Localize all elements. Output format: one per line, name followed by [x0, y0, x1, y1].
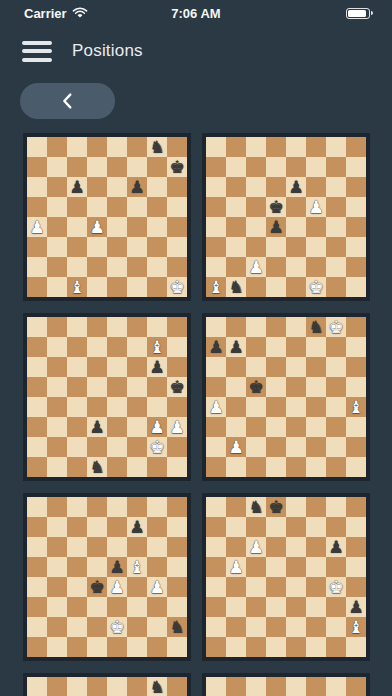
square: [306, 637, 326, 657]
square: [266, 417, 286, 437]
square: [87, 437, 107, 457]
square: [246, 137, 266, 157]
square: [246, 437, 266, 457]
square: [127, 157, 147, 177]
square: [167, 357, 187, 377]
square: [246, 617, 266, 637]
square: [266, 437, 286, 457]
square: [346, 357, 366, 377]
chess-board: ♞♚♟♟♟♚♟♝: [206, 497, 366, 657]
square: [27, 457, 47, 477]
square: [226, 257, 246, 277]
square: ♟: [127, 517, 147, 537]
square: [67, 677, 87, 696]
clock: 7:06 AM: [0, 6, 392, 21]
square: [246, 277, 266, 297]
square: [246, 577, 266, 597]
square: [47, 457, 67, 477]
square: [27, 577, 47, 597]
status-bar: Carrier 7:06 AM: [0, 0, 392, 22]
square: [206, 557, 226, 577]
square: [206, 197, 226, 217]
square: [147, 197, 167, 217]
square: [326, 197, 346, 217]
square: [226, 177, 246, 197]
square: [107, 397, 127, 417]
square: [266, 377, 286, 397]
square: [47, 537, 67, 557]
square: [306, 517, 326, 537]
square: [206, 537, 226, 557]
square: [107, 597, 127, 617]
square: [226, 377, 246, 397]
square: [147, 217, 167, 237]
square: ♟: [107, 557, 127, 577]
square: [67, 217, 87, 237]
square: [266, 397, 286, 417]
square: [27, 157, 47, 177]
square: [306, 357, 326, 377]
square: [206, 437, 226, 457]
square: [226, 357, 246, 377]
piece-black-king: ♚: [169, 377, 184, 397]
square: [27, 617, 47, 637]
square: [246, 637, 266, 657]
square: [167, 577, 187, 597]
square: [47, 577, 67, 597]
square: [27, 237, 47, 257]
square: [27, 397, 47, 417]
square: [147, 557, 167, 577]
battery-icon: [346, 8, 370, 19]
square: [226, 397, 246, 417]
square: [107, 537, 127, 557]
square: [326, 437, 346, 457]
square: [67, 537, 87, 557]
square: [346, 317, 366, 337]
square: [67, 197, 87, 217]
square: [326, 137, 346, 157]
piece-black-knight: ♞: [248, 497, 263, 517]
piece-white-pawn: ♟: [248, 537, 263, 557]
square: [127, 237, 147, 257]
square: [306, 177, 326, 197]
square: [167, 177, 187, 197]
square: [286, 237, 306, 257]
square: [246, 237, 266, 257]
square: [87, 137, 107, 157]
square: [87, 677, 107, 696]
square: ♚: [266, 497, 286, 517]
square: [107, 357, 127, 377]
square: [47, 317, 67, 337]
square: ♟: [246, 537, 266, 557]
square: [326, 677, 346, 696]
chevron-left-icon: [57, 90, 79, 112]
square: [127, 317, 147, 337]
board-4[interactable]: ♞♚♟♟♚♟♝♟: [202, 313, 370, 481]
square: [167, 637, 187, 657]
square: ♚: [326, 577, 346, 597]
square: [127, 537, 147, 557]
back-button[interactable]: [20, 83, 115, 119]
square: ♚: [306, 277, 326, 297]
square: [107, 157, 127, 177]
square: [167, 337, 187, 357]
square: [226, 637, 246, 657]
square: [27, 177, 47, 197]
square: [87, 537, 107, 557]
square: [87, 357, 107, 377]
square: [306, 457, 326, 477]
square: [286, 537, 306, 557]
square: [286, 677, 306, 696]
square: [266, 177, 286, 197]
square: [266, 257, 286, 277]
square: ♟: [127, 177, 147, 197]
square: [147, 617, 167, 637]
square: [206, 157, 226, 177]
square: [286, 637, 306, 657]
square: [226, 237, 246, 257]
square: [306, 157, 326, 177]
piece-black-pawn: ♟: [69, 177, 84, 197]
square: [67, 397, 87, 417]
square: [27, 277, 47, 297]
square: [306, 397, 326, 417]
square: [206, 377, 226, 397]
square: [127, 217, 147, 237]
square: [47, 277, 67, 297]
page-title: Positions: [72, 41, 143, 61]
square: [306, 557, 326, 577]
piece-white-pawn: ♟: [109, 577, 124, 597]
square: [266, 277, 286, 297]
square: [47, 197, 67, 217]
square: [286, 437, 306, 457]
square: [326, 497, 346, 517]
piece-black-king: ♚: [248, 377, 263, 397]
square: [286, 617, 306, 637]
square: [246, 517, 266, 537]
square: [326, 157, 346, 177]
piece-white-king: ♚: [169, 277, 184, 297]
square: [147, 397, 167, 417]
square: [127, 257, 147, 277]
square: [246, 337, 266, 357]
square: [246, 417, 266, 437]
square: [286, 597, 306, 617]
square: [167, 597, 187, 617]
square: [127, 437, 147, 457]
square: [286, 457, 306, 477]
square: [246, 197, 266, 217]
square: [67, 417, 87, 437]
square: [47, 637, 67, 657]
square: ♚: [87, 577, 107, 597]
square: [47, 137, 67, 157]
piece-white-king: ♚: [328, 317, 343, 337]
piece-white-bishop: ♝: [149, 337, 164, 357]
square: [286, 277, 306, 297]
square: [27, 517, 47, 537]
square: ♟: [326, 537, 346, 557]
square: [167, 557, 187, 577]
square: [306, 377, 326, 397]
square: [167, 677, 187, 696]
square: [346, 677, 366, 696]
square: [286, 317, 306, 337]
square: [87, 497, 107, 517]
square: [67, 557, 87, 577]
square: [67, 237, 87, 257]
square: [346, 157, 366, 177]
square: [87, 377, 107, 397]
square: [286, 497, 306, 517]
menu-icon[interactable]: [22, 41, 52, 62]
square: [306, 597, 326, 617]
square: [127, 417, 147, 437]
square: [266, 637, 286, 657]
square: [306, 537, 326, 557]
square: [67, 637, 87, 657]
square: [206, 677, 226, 696]
square: [266, 137, 286, 157]
square: [206, 237, 226, 257]
square: [266, 337, 286, 357]
square: [306, 257, 326, 277]
board-5[interactable]: ♟♟♝♚♟♟♚♞: [23, 493, 191, 661]
square: ♟: [246, 257, 266, 277]
square: [326, 357, 346, 377]
square: ♝: [346, 617, 366, 637]
square: [226, 217, 246, 237]
board-1[interactable]: ♞♚♟♟♟♟♝♚: [23, 133, 191, 301]
square: [326, 617, 346, 637]
square: [27, 597, 47, 617]
square: [266, 517, 286, 537]
square: [306, 137, 326, 157]
square: [127, 577, 147, 597]
square: ♟: [226, 437, 246, 457]
square: [47, 597, 67, 617]
chess-board: ♞♝♟: [27, 677, 187, 696]
square: [346, 337, 366, 357]
square: [266, 537, 286, 557]
square: [127, 397, 147, 417]
square: [87, 277, 107, 297]
square: [286, 397, 306, 417]
piece-white-king: ♚: [328, 577, 343, 597]
square: [286, 517, 306, 537]
square: [206, 217, 226, 237]
square: [107, 677, 127, 696]
square: ♞: [147, 137, 167, 157]
square: [286, 137, 306, 157]
square: ♚: [246, 377, 266, 397]
square: [127, 597, 147, 617]
square: [127, 637, 147, 657]
square: [87, 157, 107, 177]
square: [87, 617, 107, 637]
square: [47, 437, 67, 457]
square: [47, 257, 67, 277]
square: [87, 317, 107, 337]
square: [127, 377, 147, 397]
square: ♟: [67, 177, 87, 197]
square: [27, 197, 47, 217]
square: [107, 137, 127, 157]
board-8[interactable]: ♚♟♞: [202, 673, 370, 696]
square: [67, 597, 87, 617]
square: [286, 577, 306, 597]
square: ♞: [87, 457, 107, 477]
square: [346, 257, 366, 277]
square: [127, 617, 147, 637]
piece-black-pawn: ♟: [89, 417, 104, 437]
piece-black-king: ♚: [89, 577, 104, 597]
square: [306, 237, 326, 257]
board-3[interactable]: ♝♟♚♟♟♟♚♞: [23, 313, 191, 481]
square: [206, 497, 226, 517]
square: [286, 197, 306, 217]
chess-board: ♚♟♞: [206, 677, 366, 696]
square: [286, 337, 306, 357]
square: [107, 497, 127, 517]
piece-white-pawn: ♟: [29, 217, 44, 237]
square: [27, 257, 47, 277]
square: [286, 417, 306, 437]
square: [326, 237, 346, 257]
square: [286, 377, 306, 397]
square: [326, 517, 346, 537]
piece-black-knight: ♞: [169, 617, 184, 637]
square: ♝: [147, 337, 167, 357]
square: [47, 217, 67, 237]
square: [326, 397, 346, 417]
square: [266, 457, 286, 477]
square: [286, 357, 306, 377]
square: [206, 637, 226, 657]
square: [47, 617, 67, 637]
square: [147, 377, 167, 397]
square: [326, 457, 346, 477]
square: [127, 677, 147, 696]
square: [346, 497, 366, 517]
square: [127, 277, 147, 297]
square: [147, 317, 167, 337]
piece-white-pawn: ♟: [89, 217, 104, 237]
piece-black-pawn: ♟: [208, 337, 223, 357]
square: ♟: [206, 337, 226, 357]
square: [286, 157, 306, 177]
square: [346, 517, 366, 537]
piece-white-pawn: ♟: [169, 417, 184, 437]
square: [266, 597, 286, 617]
board-7[interactable]: ♞♝♟: [23, 673, 191, 696]
square: [326, 257, 346, 277]
piece-black-pawn: ♟: [129, 177, 144, 197]
square: ♚: [326, 317, 346, 337]
square: [246, 457, 266, 477]
square: [87, 557, 107, 577]
square: ♟: [206, 397, 226, 417]
square: [67, 357, 87, 377]
square: [246, 177, 266, 197]
square: [107, 317, 127, 337]
square: [87, 257, 107, 277]
square: [47, 237, 67, 257]
piece-white-pawn: ♟: [149, 577, 164, 597]
square: [47, 417, 67, 437]
square: [206, 617, 226, 637]
square: [346, 537, 366, 557]
nav-header: Positions: [0, 22, 392, 66]
square: [107, 377, 127, 397]
square: [107, 177, 127, 197]
square: ♝: [127, 557, 147, 577]
square: [147, 257, 167, 277]
square: [27, 357, 47, 377]
square: [47, 177, 67, 197]
board-6[interactable]: ♞♚♟♟♟♚♟♝: [202, 493, 370, 661]
square: [206, 317, 226, 337]
square: ♟: [147, 577, 167, 597]
square: [127, 497, 147, 517]
square: ♞: [147, 677, 167, 696]
square: [67, 437, 87, 457]
square: [306, 337, 326, 357]
square: [326, 277, 346, 297]
square: [47, 397, 67, 417]
piece-white-bishop: ♝: [69, 277, 84, 297]
square: [87, 517, 107, 537]
piece-black-knight: ♞: [149, 137, 164, 157]
square: [147, 497, 167, 517]
square: [346, 137, 366, 157]
board-2[interactable]: ♟♚♟♟♟♝♞♚: [202, 133, 370, 301]
square: [266, 237, 286, 257]
square: ♚: [266, 197, 286, 217]
square: [346, 637, 366, 657]
square: [206, 257, 226, 277]
square: ♞: [306, 317, 326, 337]
square: [107, 457, 127, 477]
piece-white-pawn: ♟: [248, 257, 263, 277]
square: [47, 677, 67, 696]
piece-black-king: ♚: [268, 197, 283, 217]
square: [47, 517, 67, 537]
square: [346, 237, 366, 257]
piece-white-pawn: ♟: [228, 557, 243, 577]
square: [27, 417, 47, 437]
square: [67, 517, 87, 537]
square: [67, 617, 87, 637]
square: [206, 517, 226, 537]
square: [346, 277, 366, 297]
square: [346, 217, 366, 237]
square: [47, 557, 67, 577]
square: ♟: [286, 177, 306, 197]
square: [167, 317, 187, 337]
square: [326, 637, 346, 657]
square: [87, 237, 107, 257]
square: [27, 317, 47, 337]
position-board-grid: ♞♚♟♟♟♟♝♚♟♚♟♟♟♝♞♚♝♟♚♟♟♟♚♞♞♚♟♟♚♟♝♟♟♟♝♚♟♟♚♞…: [0, 133, 392, 696]
square: [167, 237, 187, 257]
square: [107, 277, 127, 297]
square: [27, 377, 47, 397]
